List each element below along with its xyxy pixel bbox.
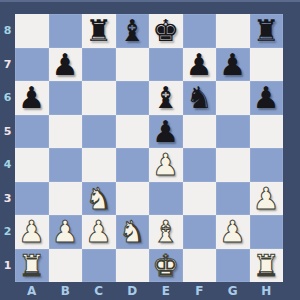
- square-b3[interactable]: [49, 182, 83, 216]
- square-d8[interactable]: ♝: [116, 14, 150, 48]
- rank-label-8: 8: [0, 14, 15, 48]
- square-g6[interactable]: [216, 81, 250, 115]
- square-h6[interactable]: ♟: [250, 81, 284, 115]
- square-h7[interactable]: [250, 48, 284, 82]
- black-pawn: ♟: [52, 48, 79, 82]
- white-pawn: ♟: [219, 215, 246, 249]
- rank-label-1: 1: [0, 249, 15, 283]
- square-g5[interactable]: [216, 115, 250, 149]
- square-h3[interactable]: ♟: [250, 182, 284, 216]
- square-e7[interactable]: [149, 48, 183, 82]
- white-pawn: ♟: [85, 215, 112, 249]
- square-d5[interactable]: [116, 115, 150, 149]
- square-d2[interactable]: ♞: [116, 215, 150, 249]
- square-a8[interactable]: [15, 14, 49, 48]
- black-king: ♚: [152, 14, 179, 48]
- square-c8[interactable]: ♜: [82, 14, 116, 48]
- white-king: ♚: [152, 249, 179, 283]
- square-e3[interactable]: [149, 182, 183, 216]
- black-pawn: ♟: [219, 48, 246, 82]
- square-a4[interactable]: [15, 148, 49, 182]
- rank-labels: 87654321: [0, 14, 15, 282]
- square-e1[interactable]: ♚: [149, 249, 183, 283]
- square-h5[interactable]: [250, 115, 284, 149]
- square-c7[interactable]: [82, 48, 116, 82]
- black-pawn: ♟: [152, 115, 179, 149]
- rank-label-3: 3: [0, 182, 15, 216]
- square-e4[interactable]: ♟: [149, 148, 183, 182]
- white-pawn: ♟: [52, 215, 79, 249]
- square-h2[interactable]: [250, 215, 284, 249]
- square-e2[interactable]: ♝: [149, 215, 183, 249]
- file-label-h: H: [250, 282, 284, 300]
- file-label-e: E: [149, 282, 183, 300]
- white-pawn: ♟: [18, 215, 45, 249]
- square-c6[interactable]: [82, 81, 116, 115]
- square-a6[interactable]: ♟: [15, 81, 49, 115]
- square-e5[interactable]: ♟: [149, 115, 183, 149]
- white-knight: ♞: [85, 182, 112, 216]
- square-g4[interactable]: [216, 148, 250, 182]
- square-c5[interactable]: [82, 115, 116, 149]
- rank-label-4: 4: [0, 148, 15, 182]
- square-c4[interactable]: [82, 148, 116, 182]
- square-f6[interactable]: ♞: [183, 81, 217, 115]
- square-b6[interactable]: [49, 81, 83, 115]
- rank-label-7: 7: [0, 48, 15, 82]
- square-a2[interactable]: ♟: [15, 215, 49, 249]
- rank-label-6: 6: [0, 81, 15, 115]
- black-pawn: ♟: [186, 48, 213, 82]
- square-b2[interactable]: ♟: [49, 215, 83, 249]
- square-h8[interactable]: ♜: [250, 14, 284, 48]
- square-b5[interactable]: [49, 115, 83, 149]
- white-rook: ♜: [18, 249, 45, 283]
- white-knight: ♞: [119, 215, 146, 249]
- chess-board: ♜♝♚♜♟♟♟♟♝♞♟♟♟♞♟♟♟♟♞♝♟♜♚♜: [15, 14, 283, 282]
- file-label-f: F: [183, 282, 217, 300]
- file-label-d: D: [116, 282, 150, 300]
- square-f8[interactable]: [183, 14, 217, 48]
- square-c2[interactable]: ♟: [82, 215, 116, 249]
- square-h1[interactable]: ♜: [250, 249, 284, 283]
- black-rook: ♜: [253, 14, 280, 48]
- black-pawn: ♟: [253, 81, 280, 115]
- square-d4[interactable]: [116, 148, 150, 182]
- square-b7[interactable]: ♟: [49, 48, 83, 82]
- square-g1[interactable]: [216, 249, 250, 283]
- black-rook: ♜: [85, 14, 112, 48]
- chess-board-frame: 87654321 ♜♝♚♜♟♟♟♟♝♞♟♟♟♞♟♟♟♟♞♝♟♜♚♜ ABCDEF…: [0, 0, 300, 300]
- file-label-a: A: [15, 282, 49, 300]
- square-a1[interactable]: ♜: [15, 249, 49, 283]
- square-f3[interactable]: [183, 182, 217, 216]
- square-c3[interactable]: ♞: [82, 182, 116, 216]
- square-d7[interactable]: [116, 48, 150, 82]
- square-d3[interactable]: [116, 182, 150, 216]
- square-b1[interactable]: [49, 249, 83, 283]
- square-c1[interactable]: [82, 249, 116, 283]
- square-a3[interactable]: [15, 182, 49, 216]
- square-h4[interactable]: [250, 148, 284, 182]
- square-g8[interactable]: [216, 14, 250, 48]
- square-f1[interactable]: [183, 249, 217, 283]
- square-f7[interactable]: ♟: [183, 48, 217, 82]
- rank-label-2: 2: [0, 215, 15, 249]
- square-f2[interactable]: [183, 215, 217, 249]
- rank-label-5: 5: [0, 115, 15, 149]
- square-b8[interactable]: [49, 14, 83, 48]
- black-pawn: ♟: [18, 81, 45, 115]
- square-d6[interactable]: [116, 81, 150, 115]
- square-g3[interactable]: [216, 182, 250, 216]
- square-g2[interactable]: ♟: [216, 215, 250, 249]
- square-a7[interactable]: [15, 48, 49, 82]
- square-d1[interactable]: [116, 249, 150, 283]
- white-pawn: ♟: [253, 182, 280, 216]
- square-f5[interactable]: [183, 115, 217, 149]
- white-rook: ♜: [253, 249, 280, 283]
- square-f4[interactable]: [183, 148, 217, 182]
- square-g7[interactable]: ♟: [216, 48, 250, 82]
- white-bishop: ♝: [152, 215, 179, 249]
- square-e8[interactable]: ♚: [149, 14, 183, 48]
- black-knight: ♞: [186, 81, 213, 115]
- file-label-g: G: [216, 282, 250, 300]
- file-labels: ABCDEFGH: [15, 282, 283, 300]
- white-pawn: ♟: [152, 148, 179, 182]
- square-e6[interactable]: ♝: [149, 81, 183, 115]
- square-a5[interactable]: [15, 115, 49, 149]
- file-label-c: C: [82, 282, 116, 300]
- square-b4[interactable]: [49, 148, 83, 182]
- file-label-b: B: [49, 282, 83, 300]
- frame-top-highlight: [0, 0, 300, 2]
- black-bishop: ♝: [152, 81, 179, 115]
- black-bishop: ♝: [119, 14, 146, 48]
